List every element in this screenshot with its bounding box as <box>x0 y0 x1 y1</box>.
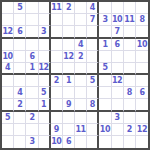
cell-r1c3[interactable] <box>26 2 38 14</box>
given-r5c6[interactable]: 12 <box>63 51 75 63</box>
cell-r4c11[interactable] <box>124 39 136 51</box>
cell-r7c12[interactable] <box>136 75 148 87</box>
cell-r4c6[interactable] <box>63 39 75 51</box>
given-r5c7[interactable]: 2 <box>75 51 87 63</box>
cell-r11c6[interactable] <box>63 124 75 136</box>
given-r3c10[interactable]: 7 <box>112 26 124 38</box>
cell-r1c9[interactable] <box>99 2 111 14</box>
cell-r6c11[interactable] <box>124 63 136 75</box>
given-r1c8[interactable]: 4 <box>87 2 99 14</box>
cell-r10c8[interactable] <box>87 112 99 124</box>
cell-r6c6[interactable] <box>63 63 75 75</box>
cell-r12c7[interactable] <box>75 136 87 148</box>
cell-r7c9[interactable] <box>99 75 111 87</box>
cell-r2c5[interactable] <box>51 14 63 26</box>
given-r9c4[interactable]: 1 <box>39 99 51 111</box>
cell-r8c8[interactable] <box>87 87 99 99</box>
cell-r2c3[interactable] <box>26 14 38 26</box>
cell-r5c4[interactable] <box>39 51 51 63</box>
cell-r10c9[interactable] <box>99 112 111 124</box>
cell-r7c11[interactable] <box>124 75 136 87</box>
cell-r9c10[interactable] <box>112 99 124 111</box>
given-r6c9[interactable]: 5 <box>99 63 111 75</box>
given-r1c6[interactable]: 2 <box>63 2 75 14</box>
given-r3c1[interactable]: 12 <box>2 26 14 38</box>
cell-r5c9[interactable] <box>99 51 111 63</box>
cell-r2c7[interactable] <box>75 14 87 26</box>
cell-r6c8[interactable] <box>87 63 99 75</box>
cell-r1c12[interactable] <box>136 2 148 14</box>
cell-r3c8[interactable] <box>87 26 99 38</box>
cell-r4c3[interactable] <box>26 39 38 51</box>
cell-r10c4[interactable] <box>39 112 51 124</box>
cell-r9c5[interactable] <box>51 99 63 111</box>
cell-r9c9[interactable] <box>99 99 111 111</box>
cell-r1c1[interactable] <box>2 2 14 14</box>
cell-r8c3[interactable] <box>26 87 38 99</box>
cell-r3c7[interactable] <box>75 26 87 38</box>
cell-r4c8[interactable] <box>87 39 99 51</box>
given-r11c5[interactable]: 9 <box>51 124 63 136</box>
cell-r11c4[interactable] <box>39 124 51 136</box>
cell-r12c11[interactable] <box>124 136 136 148</box>
cell-r9c11[interactable] <box>124 99 136 111</box>
given-r5c3[interactable]: 6 <box>26 51 38 63</box>
cell-r11c1[interactable] <box>2 124 14 136</box>
cell-r10c6[interactable] <box>63 112 75 124</box>
cell-r6c5[interactable] <box>51 63 63 75</box>
cell-r4c1[interactable] <box>2 39 14 51</box>
given-r10c3[interactable]: 2 <box>26 112 38 124</box>
cell-r12c1[interactable] <box>2 136 14 148</box>
cell-r5c10[interactable] <box>112 51 124 63</box>
given-r7c5[interactable]: 2 <box>51 75 63 87</box>
given-r7c10[interactable]: 12 <box>112 75 124 87</box>
given-r12c5[interactable]: 10 <box>51 136 63 148</box>
cell-r12c10[interactable] <box>112 136 124 148</box>
given-r9c8[interactable]: 8 <box>87 99 99 111</box>
given-r8c12[interactable]: 6 <box>136 87 148 99</box>
cell-r3c12[interactable] <box>136 26 148 38</box>
cell-r2c6[interactable] <box>63 14 75 26</box>
cell-r5c11[interactable] <box>124 51 136 63</box>
given-r7c8[interactable]: 5 <box>87 75 99 87</box>
given-r9c6[interactable]: 9 <box>63 99 75 111</box>
cell-r1c7[interactable] <box>75 2 87 14</box>
cell-r8c7[interactable] <box>75 87 87 99</box>
cell-r3c3[interactable] <box>26 26 38 38</box>
given-r4c12[interactable]: 10 <box>136 39 148 51</box>
cell-r8c9[interactable] <box>99 87 111 99</box>
cell-r2c2[interactable] <box>14 14 26 26</box>
given-r11c12[interactable]: 12 <box>136 124 148 136</box>
given-r4c10[interactable]: 6 <box>112 39 124 51</box>
given-r11c9[interactable]: 10 <box>99 124 111 136</box>
given-r3c2[interactable]: 6 <box>14 26 26 38</box>
cell-r7c3[interactable] <box>26 75 38 87</box>
cell-r4c4[interactable] <box>39 39 51 51</box>
given-r3c4[interactable]: 3 <box>39 26 51 38</box>
given-r11c11[interactable]: 2 <box>124 124 136 136</box>
cell-r7c4[interactable] <box>39 75 51 87</box>
cell-r10c11[interactable] <box>124 112 136 124</box>
cell-r9c7[interactable] <box>75 99 87 111</box>
given-r8c2[interactable]: 4 <box>14 87 26 99</box>
cell-r1c10[interactable] <box>112 2 124 14</box>
cell-r8c10[interactable] <box>112 87 124 99</box>
cell-r7c1[interactable] <box>2 75 14 87</box>
given-r8c4[interactable]: 5 <box>39 87 51 99</box>
cell-r6c2[interactable] <box>14 63 26 75</box>
cell-r12c8[interactable] <box>87 136 99 148</box>
sudoku-board: 5112473101181263741610106122411252151245… <box>0 0 150 150</box>
given-r9c2[interactable]: 2 <box>14 99 26 111</box>
cell-r8c5[interactable] <box>51 87 63 99</box>
cell-r3c5[interactable] <box>51 26 63 38</box>
given-r1c2[interactable]: 5 <box>14 2 26 14</box>
given-r4c9[interactable]: 1 <box>99 39 111 51</box>
cell-r7c7[interactable] <box>75 75 87 87</box>
cell-r2c4[interactable] <box>39 14 51 26</box>
cell-r5c12[interactable] <box>136 51 148 63</box>
cell-r12c2[interactable] <box>14 136 26 148</box>
cell-r2c1[interactable] <box>2 14 14 26</box>
cell-r5c8[interactable] <box>87 51 99 63</box>
cell-r6c7[interactable] <box>75 63 87 75</box>
cell-r11c2[interactable] <box>14 124 26 136</box>
given-r8c11[interactable]: 8 <box>124 87 136 99</box>
cell-r9c3[interactable] <box>26 99 38 111</box>
given-r6c1[interactable]: 4 <box>2 63 14 75</box>
cell-r9c12[interactable] <box>136 99 148 111</box>
cell-r3c11[interactable] <box>124 26 136 38</box>
cell-r5c5[interactable] <box>51 51 63 63</box>
cell-r3c6[interactable] <box>63 26 75 38</box>
given-r4c7[interactable]: 4 <box>75 39 87 51</box>
given-r11c7[interactable]: 11 <box>75 124 87 136</box>
cell-r11c8[interactable] <box>87 124 99 136</box>
cell-r5c2[interactable] <box>14 51 26 63</box>
cell-r1c11[interactable] <box>124 2 136 14</box>
cell-r3c9[interactable] <box>99 26 111 38</box>
given-r1c5[interactable]: 11 <box>51 2 63 14</box>
cell-r12c9[interactable] <box>99 136 111 148</box>
given-r6c3[interactable]: 1 <box>26 63 38 75</box>
cell-r4c2[interactable] <box>14 39 26 51</box>
given-r12c3[interactable]: 3 <box>26 136 38 148</box>
cell-r10c12[interactable] <box>136 112 148 124</box>
cell-r6c12[interactable] <box>136 63 148 75</box>
cell-r10c7[interactable] <box>75 112 87 124</box>
given-r2c8[interactable]: 7 <box>87 14 99 26</box>
cell-r8c1[interactable] <box>2 87 14 99</box>
given-r10c10[interactable]: 3 <box>112 112 124 124</box>
cell-r11c10[interactable] <box>112 124 124 136</box>
given-r2c11[interactable]: 11 <box>124 14 136 26</box>
given-r2c12[interactable]: 8 <box>136 14 148 26</box>
given-r6c4[interactable]: 12 <box>39 63 51 75</box>
cell-r12c4[interactable] <box>39 136 51 148</box>
cell-r8c6[interactable] <box>63 87 75 99</box>
given-r10c1[interactable]: 5 <box>2 112 14 124</box>
given-r7c6[interactable]: 1 <box>63 75 75 87</box>
cell-r10c5[interactable] <box>51 112 63 124</box>
cell-r10c2[interactable] <box>14 112 26 124</box>
cell-r11c3[interactable] <box>26 124 38 136</box>
cell-r9c1[interactable] <box>2 99 14 111</box>
given-r5c1[interactable]: 10 <box>2 51 14 63</box>
cell-r1c4[interactable] <box>39 2 51 14</box>
given-r2c9[interactable]: 3 <box>99 14 111 26</box>
given-r2c10[interactable]: 10 <box>112 14 124 26</box>
given-r12c6[interactable]: 6 <box>63 136 75 148</box>
cell-r6c10[interactable] <box>112 63 124 75</box>
cell-r7c2[interactable] <box>14 75 26 87</box>
cell-r12c12[interactable] <box>136 136 148 148</box>
cell-r4c5[interactable] <box>51 39 63 51</box>
